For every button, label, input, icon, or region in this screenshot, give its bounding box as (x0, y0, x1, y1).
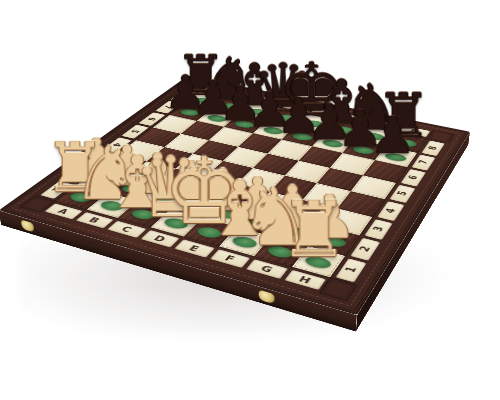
rank-label-text: 6 (145, 116, 159, 121)
chess-board: ABCDEFGH ABCDEFGH 87654321 87654321 ♜♞♝♛… (0, 76, 470, 316)
brass-clasp[interactable] (20, 219, 34, 232)
square-h7[interactable]: ♟ (374, 146, 417, 167)
chess-set-photo: ABCDEFGH ABCDEFGH 87654321 87654321 ♜♞♝♛… (0, 0, 500, 400)
file-label-text: H (297, 274, 314, 285)
piece-black-pawn-h7[interactable]: ♟ (353, 110, 432, 161)
rank-label-6: 6 (401, 169, 426, 186)
rank-label-5: 5 (389, 185, 415, 203)
rank-label-text: 6 (406, 174, 421, 180)
pawn-glyph: ♟ (370, 110, 416, 161)
rank-label-text: 4 (383, 207, 399, 214)
perspective-stage: ABCDEFGH ABCDEFGH 87654321 87654321 ♜♞♝♛… (0, 0, 500, 400)
rook-glyph: ♜ (279, 191, 348, 268)
brass-clasp[interactable] (259, 290, 275, 305)
rank-label-text: 5 (395, 190, 411, 197)
rank-label-4: 4 (377, 201, 404, 221)
piece-white-rook-h1[interactable]: ♜ (266, 191, 362, 268)
